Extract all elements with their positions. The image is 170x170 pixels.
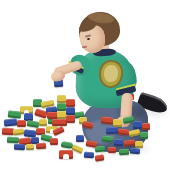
front-arm-layer: [0, 0, 170, 170]
product-photo-boy-with-blocks: [0, 0, 170, 170]
hand-placing-block: [50, 69, 66, 82]
